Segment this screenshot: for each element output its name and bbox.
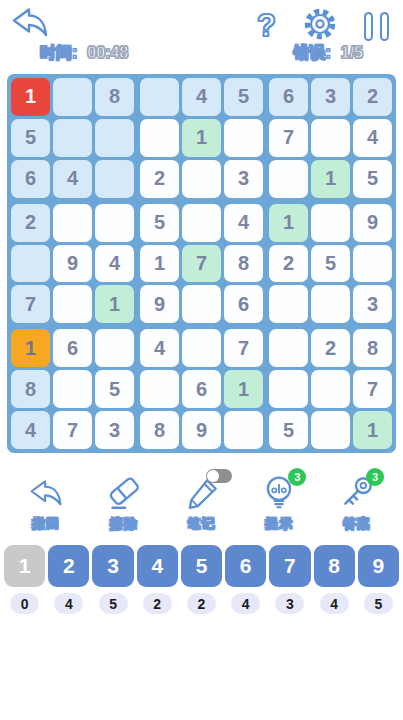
settings-button[interactable] (302, 6, 338, 45)
cell-r4c7[interactable]: 1 (269, 204, 308, 242)
numpad-key-5[interactable]: 5 (181, 545, 222, 587)
numpad-key-9[interactable]: 9 (358, 545, 399, 587)
remaining-count-6: 4 (231, 593, 260, 614)
undo-label: 撤回 (32, 515, 60, 533)
cell-r5c3[interactable]: 4 (95, 245, 134, 283)
cell-r4c4[interactable]: 5 (140, 204, 179, 242)
cell-r9c4[interactable]: 8 (140, 411, 179, 449)
cell-r2c7[interactable]: 7 (269, 119, 308, 157)
remaining-count-8: 4 (320, 593, 349, 614)
box-5: 5417896 (140, 204, 263, 324)
cell-r2c1[interactable]: 5 (11, 119, 50, 157)
box-2: 45123 (140, 78, 263, 198)
cell-r6c5[interactable] (182, 285, 221, 323)
cell-r4c3[interactable] (95, 204, 134, 242)
cell-r3c8[interactable]: 1 (311, 160, 350, 198)
erase-label: 擦除 (110, 515, 138, 533)
notes-toggle-switch[interactable] (206, 469, 232, 483)
back-button[interactable] (10, 6, 50, 43)
tool-bar: 撤回 擦除 笔记 (0, 465, 403, 533)
cell-r8c6[interactable]: 1 (224, 370, 263, 408)
cell-r9c1[interactable]: 4 (11, 411, 50, 449)
cell-r1c7[interactable]: 6 (269, 78, 308, 116)
remaining-count-9: 5 (364, 593, 393, 614)
back-arrow-icon (10, 6, 50, 43)
cell-r8c2[interactable] (53, 370, 92, 408)
question-mark-icon: ? (257, 9, 276, 43)
cell-r7c4[interactable]: 4 (140, 329, 179, 367)
cell-r7c6[interactable]: 7 (224, 329, 263, 367)
remaining-count-7: 3 (275, 593, 304, 614)
cell-r2c3[interactable] (95, 119, 134, 157)
cell-r6c6[interactable]: 6 (224, 285, 263, 323)
numpad-key-2[interactable]: 2 (48, 545, 89, 587)
numpad-key-4[interactable]: 4 (137, 545, 178, 587)
box-8: 476189 (140, 329, 263, 449)
remaining-count-3: 5 (99, 593, 128, 614)
hint-button[interactable]: 3 提示 (247, 473, 311, 533)
cell-r7c2[interactable]: 6 (53, 329, 92, 367)
cell-r9c9[interactable]: 1 (353, 411, 392, 449)
box-3: 6327415 (269, 78, 392, 198)
cell-r5c8[interactable]: 5 (311, 245, 350, 283)
undo-button[interactable]: 撤回 (14, 473, 78, 533)
cell-r6c8[interactable] (311, 285, 350, 323)
cell-r8c7[interactable] (269, 370, 308, 408)
answer-button[interactable]: 3 答案 (325, 473, 389, 533)
box-4: 29471 (11, 204, 134, 324)
cell-r9c8[interactable] (311, 411, 350, 449)
cell-r7c5[interactable] (182, 329, 221, 367)
count-slot-3: 5 (92, 593, 133, 614)
cell-r6c1[interactable]: 7 (11, 285, 50, 323)
cell-r7c1[interactable]: 1 (11, 329, 50, 367)
time-group: 时间: 00:48 (40, 43, 128, 64)
cell-r1c1[interactable]: 1 (11, 78, 50, 116)
help-button[interactable]: ? (257, 9, 276, 43)
cell-r4c2[interactable] (53, 204, 92, 242)
cell-r5c1[interactable] (11, 245, 50, 283)
cell-r3c3[interactable] (95, 160, 134, 198)
answer-badge: 3 (366, 468, 384, 486)
cell-r7c3[interactable] (95, 329, 134, 367)
hint-badge: 3 (288, 468, 306, 486)
top-bar: ? (0, 0, 403, 40)
status-row: 时间: 00:48 错误: 1/5 (0, 40, 403, 66)
cell-r7c9[interactable]: 8 (353, 329, 392, 367)
cell-r7c8[interactable]: 2 (311, 329, 350, 367)
cell-r9c6[interactable] (224, 411, 263, 449)
cell-r5c9[interactable] (353, 245, 392, 283)
cell-r1c8[interactable]: 3 (311, 78, 350, 116)
eraser-icon (104, 473, 144, 513)
cell-r5c6[interactable]: 8 (224, 245, 263, 283)
numpad-key-6[interactable]: 6 (225, 545, 266, 587)
remaining-counts: 045224345 (4, 593, 399, 614)
count-slot-1: 0 (4, 593, 45, 614)
cell-r2c2[interactable] (53, 119, 92, 157)
bulb-icon: 3 (259, 473, 299, 513)
cell-r3c7[interactable] (269, 160, 308, 198)
topbar-right: ? (257, 6, 389, 45)
count-slot-5: 2 (181, 593, 222, 614)
mistakes-label: 错误: (293, 43, 330, 64)
remaining-count-4: 2 (143, 593, 172, 614)
numpad-key-7[interactable]: 7 (269, 545, 310, 587)
erase-button[interactable]: 擦除 (92, 473, 156, 533)
cell-r2c4[interactable] (140, 119, 179, 157)
cell-r6c9[interactable]: 3 (353, 285, 392, 323)
count-slot-9: 5 (358, 593, 399, 614)
number-pad: 123456789 (4, 545, 399, 587)
numpad-key-1[interactable]: 1 (4, 545, 45, 587)
cell-r5c4[interactable]: 1 (140, 245, 179, 283)
cell-r6c4[interactable]: 9 (140, 285, 179, 323)
mistakes-group: 错误: 1/5 (293, 43, 363, 64)
cell-r9c7[interactable]: 5 (269, 411, 308, 449)
pause-button[interactable] (364, 10, 389, 41)
cell-r1c6[interactable]: 5 (224, 78, 263, 116)
notes-label: 笔记 (188, 515, 216, 533)
cell-r3c6[interactable]: 3 (224, 160, 263, 198)
cell-r8c4[interactable] (140, 370, 179, 408)
count-slot-2: 4 (48, 593, 89, 614)
cell-r2c5[interactable]: 1 (182, 119, 221, 157)
remaining-count-5: 2 (187, 593, 216, 614)
cell-r5c2[interactable]: 9 (53, 245, 92, 283)
cell-r6c2[interactable] (53, 285, 92, 323)
cell-r4c9[interactable]: 9 (353, 204, 392, 242)
cell-r2c8[interactable] (311, 119, 350, 157)
cell-r9c2[interactable]: 7 (53, 411, 92, 449)
cell-r4c1[interactable]: 2 (11, 204, 50, 242)
undo-icon (26, 473, 66, 513)
remaining-count-1: 0 (10, 593, 39, 614)
cell-r6c3[interactable]: 1 (95, 285, 134, 323)
cell-r4c8[interactable] (311, 204, 350, 242)
cell-r8c5[interactable]: 6 (182, 370, 221, 408)
cell-r1c4[interactable] (140, 78, 179, 116)
remaining-count-2: 4 (54, 593, 83, 614)
box-7: 1685473 (11, 329, 134, 449)
cell-r8c9[interactable]: 7 (353, 370, 392, 408)
cell-r5c7[interactable]: 2 (269, 245, 308, 283)
cell-r1c3[interactable]: 8 (95, 78, 134, 116)
cell-r8c3[interactable]: 5 (95, 370, 134, 408)
cell-r8c8[interactable] (311, 370, 350, 408)
cell-r1c5[interactable]: 4 (182, 78, 221, 116)
pencil-icon (182, 473, 222, 513)
cell-r9c5[interactable]: 9 (182, 411, 221, 449)
cell-r3c2[interactable]: 4 (53, 160, 92, 198)
hint-label: 提示 (265, 515, 293, 533)
sudoku-board: 1856445123632741529471541789619253168547… (7, 74, 396, 453)
cell-r5c5[interactable]: 7 (182, 245, 221, 283)
count-slot-4: 2 (137, 593, 178, 614)
cell-r3c9[interactable]: 5 (353, 160, 392, 198)
cell-r7c7[interactable] (269, 329, 308, 367)
cell-r3c1[interactable]: 6 (11, 160, 50, 198)
cell-r3c4[interactable]: 2 (140, 160, 179, 198)
numpad-key-8[interactable]: 8 (314, 545, 355, 587)
cell-r2c9[interactable]: 4 (353, 119, 392, 157)
answer-label: 答案 (343, 515, 371, 533)
cell-r2c6[interactable] (224, 119, 263, 157)
cell-r9c3[interactable]: 3 (95, 411, 134, 449)
cell-r6c7[interactable] (269, 285, 308, 323)
count-slot-7: 3 (269, 593, 310, 614)
time-value: 00:48 (87, 44, 128, 62)
notes-button[interactable]: 笔记 (170, 473, 234, 533)
cell-r4c5[interactable] (182, 204, 221, 242)
cell-r8c1[interactable]: 8 (11, 370, 50, 408)
box-1: 18564 (11, 78, 134, 198)
key-icon: 3 (337, 473, 377, 513)
cell-r3c5[interactable] (182, 160, 221, 198)
count-slot-8: 4 (314, 593, 355, 614)
numpad-key-3[interactable]: 3 (92, 545, 133, 587)
cell-r4c6[interactable]: 4 (224, 204, 263, 242)
gear-icon (302, 6, 338, 45)
count-slot-6: 4 (225, 593, 266, 614)
box-9: 28751 (269, 329, 392, 449)
cell-r1c2[interactable] (53, 78, 92, 116)
box-6: 19253 (269, 204, 392, 324)
pause-icon (364, 10, 389, 41)
mistakes-value: 1/5 (341, 44, 363, 62)
cell-r1c9[interactable]: 2 (353, 78, 392, 116)
time-label: 时间: (40, 43, 77, 64)
